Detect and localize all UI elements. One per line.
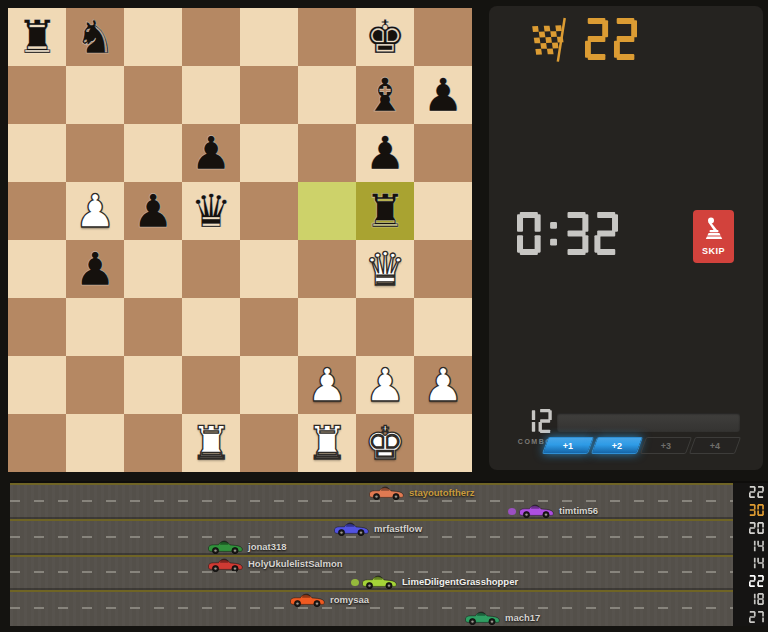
black-pawn[interactable]: ♟ (182, 124, 240, 182)
player-name: mach17 (505, 612, 540, 623)
skip-button[interactable]: SKIP (693, 210, 734, 263)
black-knight[interactable]: ♞ (66, 8, 124, 66)
checkered-flag-icon (527, 16, 575, 70)
square-h5[interactable] (414, 182, 472, 240)
square-h8[interactable] (414, 8, 472, 66)
black-rook[interactable]: ♜ (356, 182, 414, 240)
player-name: HolyUkulelistSalmon (248, 558, 343, 569)
player-name: LimeDiligentGrasshopper (402, 576, 518, 587)
white-king[interactable]: ♚ (356, 414, 414, 472)
square-e2[interactable] (240, 356, 298, 414)
exhaust-puff (508, 508, 516, 515)
square-e5[interactable] (240, 182, 298, 240)
white-pawn[interactable]: ♟ (356, 356, 414, 414)
square-b8[interactable]: ♞ (66, 8, 124, 66)
black-pawn[interactable]: ♟ (356, 124, 414, 182)
square-d6[interactable]: ♟ (182, 124, 240, 182)
square-a6[interactable] (8, 124, 66, 182)
race-lane: jonat318 (10, 537, 768, 555)
square-g5[interactable]: ♜ (356, 182, 414, 240)
square-c4[interactable] (124, 240, 182, 298)
square-a8[interactable]: ♜ (8, 8, 66, 66)
square-f1[interactable]: ♜ (298, 414, 356, 472)
player-score (749, 557, 764, 569)
square-g7[interactable]: ♝ (356, 66, 414, 124)
square-h1[interactable] (414, 414, 472, 472)
player-score (749, 522, 764, 534)
black-king[interactable]: ♚ (356, 8, 414, 66)
square-h4[interactable] (414, 240, 472, 298)
square-d8[interactable] (182, 8, 240, 66)
race-car (367, 485, 405, 499)
white-rook[interactable]: ♜ (298, 414, 356, 472)
black-pawn[interactable]: ♟ (124, 182, 182, 240)
race-car (288, 592, 326, 606)
square-g1[interactable]: ♚ (356, 414, 414, 472)
white-rook[interactable]: ♜ (182, 414, 240, 472)
square-g2[interactable]: ♟ (356, 356, 414, 414)
square-d1[interactable]: ♜ (182, 414, 240, 472)
combo-counter (522, 409, 552, 433)
player-score (749, 504, 764, 516)
race-car (517, 503, 555, 517)
square-c6[interactable] (124, 124, 182, 182)
black-queen[interactable]: ♛ (182, 182, 240, 240)
player-name: romysaa (330, 594, 369, 605)
black-pawn[interactable]: ♟ (66, 240, 124, 298)
square-a7[interactable] (8, 66, 66, 124)
square-a2[interactable] (8, 356, 66, 414)
gear-shifter-icon (704, 217, 724, 243)
square-c5[interactable]: ♟ (124, 182, 182, 240)
square-f2[interactable]: ♟ (298, 356, 356, 414)
player-score (749, 540, 764, 552)
square-d5[interactable]: ♛ (182, 182, 240, 240)
square-a4[interactable] (8, 240, 66, 298)
white-queen[interactable]: ♛ (356, 240, 414, 298)
race-lane: stayoutoftherz (10, 483, 768, 501)
white-pawn[interactable]: ♟ (414, 356, 472, 414)
square-a1[interactable] (8, 414, 66, 472)
race-lane: romysaa (10, 590, 768, 608)
race-lanes: stayoutoftherz timtim56 mrfastflow jonat… (10, 483, 768, 626)
square-c1[interactable] (124, 414, 182, 472)
square-h7[interactable]: ♟ (414, 66, 472, 124)
square-h6[interactable] (414, 124, 472, 182)
player-score (749, 575, 764, 587)
player-name: jonat318 (248, 540, 287, 551)
square-g4[interactable]: ♛ (356, 240, 414, 298)
white-pawn[interactable]: ♟ (66, 182, 124, 240)
combo-multipliers: +1+2+3+4 (545, 437, 738, 454)
race-score-column (733, 483, 768, 626)
square-b6[interactable] (66, 124, 124, 182)
race-track: stayoutoftherz timtim56 mrfastflow jonat… (0, 483, 768, 626)
square-f6[interactable] (298, 124, 356, 182)
square-c2[interactable] (124, 356, 182, 414)
player-score (749, 486, 764, 498)
race-timer (517, 212, 618, 255)
square-f5[interactable] (298, 182, 356, 240)
square-a3[interactable] (8, 298, 66, 356)
square-h2[interactable]: ♟ (414, 356, 472, 414)
combo-multiplier-2: +2 (591, 437, 643, 454)
race-lane: mach17 (10, 608, 768, 626)
race-lane: timtim56 (10, 501, 768, 519)
white-pawn[interactable]: ♟ (298, 356, 356, 414)
square-f4[interactable] (298, 240, 356, 298)
square-a5[interactable] (8, 182, 66, 240)
square-e8[interactable] (240, 8, 298, 66)
square-e6[interactable] (240, 124, 298, 182)
combo-bar (557, 413, 740, 432)
race-lane: HolyUkulelistSalmon (10, 555, 768, 573)
square-d7[interactable] (182, 66, 240, 124)
square-b7[interactable] (66, 66, 124, 124)
square-b5[interactable]: ♟ (66, 182, 124, 240)
combo-multiplier-3: +3 (640, 437, 692, 454)
square-g6[interactable]: ♟ (356, 124, 414, 182)
square-e7[interactable] (240, 66, 298, 124)
square-d4[interactable] (182, 240, 240, 298)
race-car (360, 574, 398, 588)
square-h3[interactable] (414, 298, 472, 356)
square-d3[interactable] (182, 298, 240, 356)
square-f7[interactable] (298, 66, 356, 124)
black-bishop[interactable]: ♝ (356, 66, 414, 124)
square-b4[interactable]: ♟ (66, 240, 124, 298)
square-e3[interactable] (240, 298, 298, 356)
race-lane: LimeDiligentGrasshopper (10, 572, 768, 590)
race-lane: mrfastflow (10, 519, 768, 537)
square-b1[interactable] (66, 414, 124, 472)
square-g3[interactable] (356, 298, 414, 356)
square-c7[interactable] (124, 66, 182, 124)
black-rook[interactable]: ♜ (8, 8, 66, 66)
race-car (206, 557, 244, 571)
chess-board: ♜♞♚♝♟♟♟♟♟♛♜♟♛♟♟♟♜♜♚ (8, 8, 472, 472)
square-f3[interactable] (298, 298, 356, 356)
square-f8[interactable] (298, 8, 356, 66)
player-name: stayoutoftherz (409, 486, 474, 497)
score-row (527, 16, 637, 70)
square-e4[interactable] (240, 240, 298, 298)
square-b2[interactable] (66, 356, 124, 414)
black-pawn[interactable]: ♟ (414, 66, 472, 124)
race-car (463, 610, 501, 624)
combo-multiplier-1: +1 (542, 437, 594, 454)
race-car (332, 521, 370, 535)
player-score (749, 593, 764, 605)
race-hud-panel: SKIP COMBO +1+2+3+4 (489, 6, 763, 470)
square-d2[interactable] (182, 356, 240, 414)
player-name: timtim56 (559, 504, 598, 515)
race-score (585, 18, 637, 60)
skip-button-label: SKIP (702, 246, 725, 256)
combo-multiplier-4: +4 (689, 437, 741, 454)
square-c3[interactable] (124, 298, 182, 356)
square-g8[interactable]: ♚ (356, 8, 414, 66)
player-score (749, 611, 764, 623)
square-e1[interactable] (240, 414, 298, 472)
player-name: mrfastflow (374, 522, 422, 533)
square-b3[interactable] (66, 298, 124, 356)
race-car (206, 539, 244, 553)
exhaust-puff (351, 579, 359, 586)
square-c8[interactable] (124, 8, 182, 66)
